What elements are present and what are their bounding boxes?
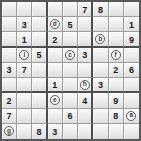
cell-r6c1[interactable] — [2, 78, 17, 93]
cell-r3c9[interactable]: 9 — [124, 32, 139, 47]
circled-letter-e: e — [50, 95, 60, 105]
cell-r4c9[interactable] — [124, 48, 139, 63]
given-digit: 6 — [67, 112, 72, 121]
cell-r3c5[interactable] — [63, 32, 78, 47]
cell-r9c3[interactable]: 8 — [32, 124, 47, 139]
given-digit: 7 — [82, 5, 87, 14]
cell-r5c4[interactable] — [48, 63, 63, 78]
cell-r5c2[interactable]: 7 — [17, 63, 32, 78]
cell-r1c3[interactable] — [32, 2, 47, 17]
cell-r1c5[interactable] — [63, 2, 78, 17]
cell-r7c9[interactable] — [124, 93, 139, 108]
cell-r8c9[interactable]: a — [124, 109, 139, 124]
cell-r7c3[interactable] — [32, 93, 47, 108]
cell-r6c7[interactable]: 3 — [93, 78, 108, 93]
cell-r2c6[interactable] — [78, 17, 93, 32]
cell-r9c5[interactable] — [63, 124, 78, 139]
cell-r5c9[interactable]: 6 — [124, 63, 139, 78]
circled-letter-b: b — [95, 34, 105, 44]
cell-r1c1[interactable] — [2, 2, 17, 17]
cell-r9c6[interactable] — [78, 124, 93, 139]
cell-r5c7[interactable] — [93, 63, 108, 78]
cell-r3c1[interactable] — [2, 32, 17, 47]
cell-r9c4[interactable]: 3 — [48, 124, 63, 139]
given-digit: 3 — [82, 51, 87, 60]
cell-r2c3[interactable] — [32, 17, 47, 32]
cell-r6c9[interactable] — [124, 78, 139, 93]
cell-r6c8[interactable] — [109, 78, 124, 93]
cell-r1c8[interactable] — [109, 2, 124, 17]
cell-r8c7[interactable] — [93, 109, 108, 124]
cell-r7c1[interactable]: 2 — [2, 93, 17, 108]
given-digit: 2 — [52, 35, 57, 44]
cell-r7c4[interactable]: e — [48, 93, 63, 108]
given-digit: 3 — [22, 20, 27, 29]
cell-r7c5[interactable] — [63, 93, 78, 108]
cell-r2c2[interactable]: 3 — [17, 17, 32, 32]
cell-r4c2[interactable]: i — [17, 48, 32, 63]
given-digit: 2 — [113, 66, 118, 75]
given-digit: 8 — [113, 112, 118, 121]
circled-letter-f: f — [111, 50, 121, 60]
cell-r8c4[interactable] — [48, 109, 63, 124]
cell-r4c3[interactable]: 5 — [32, 48, 47, 63]
given-digit: 1 — [52, 81, 57, 90]
given-digit: 4 — [82, 96, 87, 105]
cell-r5c1[interactable]: 3 — [2, 63, 17, 78]
cell-r9c8[interactable] — [109, 124, 124, 139]
cell-r3c7[interactable]: b — [93, 32, 108, 47]
cell-r7c6[interactable]: 4 — [78, 93, 93, 108]
cell-r2c5[interactable]: 5 — [63, 17, 78, 32]
cell-r6c2[interactable] — [17, 78, 32, 93]
cell-r9c9[interactable] — [124, 124, 139, 139]
cell-r4c4[interactable] — [48, 48, 63, 63]
cell-r1c2[interactable] — [17, 2, 32, 17]
cell-r9c1[interactable]: g — [2, 124, 17, 139]
cell-r3c4[interactable]: 2 — [48, 32, 63, 47]
cell-r9c7[interactable] — [93, 124, 108, 139]
cell-r4c6[interactable]: 3 — [78, 48, 93, 63]
cell-r8c3[interactable] — [32, 109, 47, 124]
given-digit: 5 — [37, 51, 42, 60]
given-digit: 7 — [7, 112, 12, 121]
cell-r1c7[interactable]: 8 — [93, 2, 108, 17]
sudoku-board: 783d5112b9i5c3f37261h32e49768ag83 — [0, 0, 141, 141]
given-digit: 7 — [22, 66, 27, 75]
given-digit: 1 — [129, 20, 134, 29]
cell-r4c5[interactable]: c — [63, 48, 78, 63]
sudoku-app: 783d5112b9i5c3f37261h32e49768ag83 — [0, 0, 141, 141]
cell-r3c6[interactable] — [78, 32, 93, 47]
cell-r3c3[interactable] — [32, 32, 47, 47]
cell-r4c7[interactable] — [93, 48, 108, 63]
given-digit: 8 — [37, 127, 42, 136]
cell-r2c9[interactable]: 1 — [124, 17, 139, 32]
cell-r9c2[interactable] — [17, 124, 32, 139]
cell-r6c5[interactable] — [63, 78, 78, 93]
cell-r7c8[interactable]: 9 — [109, 93, 124, 108]
cell-r3c8[interactable] — [109, 32, 124, 47]
cell-r4c1[interactable] — [2, 48, 17, 63]
cell-r2c8[interactable] — [109, 17, 124, 32]
cell-r2c4[interactable]: d — [48, 17, 63, 32]
cell-r3c2[interactable]: 1 — [17, 32, 32, 47]
given-digit: 3 — [52, 127, 57, 136]
cell-r6c6[interactable]: h — [78, 78, 93, 93]
circled-letter-h: h — [80, 80, 90, 90]
cell-r5c8[interactable]: 2 — [109, 63, 124, 78]
given-digit: 1 — [22, 35, 27, 44]
circled-letter-d: d — [50, 19, 60, 29]
cell-r7c7[interactable] — [93, 93, 108, 108]
given-digit: 9 — [129, 35, 134, 44]
cell-r5c5[interactable] — [63, 63, 78, 78]
cell-r6c3[interactable] — [32, 78, 47, 93]
cell-r7c2[interactable] — [17, 93, 32, 108]
cell-r1c6[interactable]: 7 — [78, 2, 93, 17]
cell-r6c4[interactable]: 1 — [48, 78, 63, 93]
given-digit: 9 — [113, 96, 118, 105]
cell-r8c8[interactable]: 8 — [109, 109, 124, 124]
cell-r2c7[interactable] — [93, 17, 108, 32]
given-digit: 3 — [7, 66, 12, 75]
cell-r2c1[interactable] — [2, 17, 17, 32]
cell-r8c2[interactable] — [17, 109, 32, 124]
circled-letter-g: g — [4, 126, 14, 136]
given-digit: 8 — [98, 5, 103, 14]
given-digit: 2 — [7, 96, 12, 105]
cell-r5c6[interactable] — [78, 63, 93, 78]
cell-r4c8[interactable]: f — [109, 48, 124, 63]
cell-r8c5[interactable]: 6 — [63, 109, 78, 124]
cell-r1c4[interactable] — [48, 2, 63, 17]
cell-r8c1[interactable]: 7 — [2, 109, 17, 124]
given-digit: 6 — [129, 66, 134, 75]
cell-r5c3[interactable] — [32, 63, 47, 78]
circled-letter-a: a — [126, 111, 136, 121]
cell-r1c9[interactable] — [124, 2, 139, 17]
circled-letter-c: c — [65, 50, 75, 60]
given-digit: 5 — [67, 20, 72, 29]
given-digit: 3 — [98, 81, 103, 90]
cell-r8c6[interactable] — [78, 109, 93, 124]
circled-letter-i: i — [19, 50, 29, 60]
